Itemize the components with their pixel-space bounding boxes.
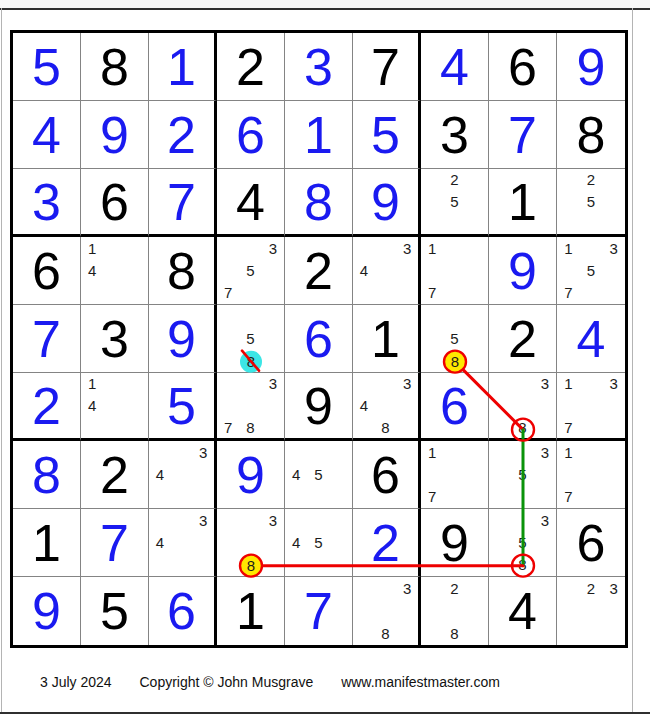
pencil-digit-7: 7 xyxy=(421,486,443,508)
value-digit: 7 xyxy=(353,33,418,100)
value-digit: 4 xyxy=(557,305,625,372)
pencil-digit-5: 5 xyxy=(580,191,603,213)
pencil-marks: 38 xyxy=(489,373,556,438)
pencil-marks: 38 xyxy=(217,509,284,576)
value-digit: 2 xyxy=(285,237,352,304)
cell-r1c3[interactable]: 1 xyxy=(149,33,217,101)
frame-bottom-line xyxy=(0,712,650,714)
pencil-marks: 25 xyxy=(421,169,488,234)
cell-r5c2[interactable]: 3 xyxy=(81,305,149,373)
pencil-digit-1: 1 xyxy=(81,237,103,259)
pencil-digit-4: 4 xyxy=(81,395,103,417)
pencil-digit-7: 7 xyxy=(557,416,580,438)
cell-r3c2[interactable]: 6 xyxy=(81,169,149,237)
value-digit: 2 xyxy=(13,373,80,438)
value-digit: 2 xyxy=(81,441,148,508)
value-digit: 9 xyxy=(557,33,625,100)
cell-r2c9[interactable]: 8 xyxy=(557,101,625,169)
pencil-digit-8: 8 xyxy=(443,622,465,645)
pencil-digit-2: 2 xyxy=(443,169,465,191)
pencil-marks: 58 xyxy=(421,305,488,372)
pencil-digit-5: 5 xyxy=(511,531,533,553)
pencil-marks: 35 xyxy=(489,441,556,508)
value-digit: 2 xyxy=(353,509,418,576)
value-digit: 7 xyxy=(13,305,80,372)
value-digit: 2 xyxy=(217,33,284,100)
value-digit: 1 xyxy=(353,305,418,372)
cell-r2c6[interactable]: 5 xyxy=(353,101,421,169)
cell-r1c2[interactable]: 8 xyxy=(81,33,149,101)
cell-r9c9[interactable]: 23 xyxy=(557,577,625,645)
pencil-digit-5: 5 xyxy=(443,191,465,213)
pencil-digit-1: 1 xyxy=(557,373,580,395)
value-digit: 8 xyxy=(557,101,625,168)
pencil-marks: 358 xyxy=(489,509,556,576)
value-digit: 9 xyxy=(421,509,488,576)
cell-r1c4[interactable]: 2 xyxy=(217,33,285,101)
cell-r2c1[interactable]: 4 xyxy=(13,101,81,169)
value-digit: 6 xyxy=(421,373,488,438)
pencil-marks: 28 xyxy=(421,577,488,645)
cell-r7c9[interactable]: 17 xyxy=(557,441,625,509)
cell-r8c7[interactable]: 9 xyxy=(421,509,489,577)
pencil-marks: 17 xyxy=(421,237,488,304)
value-digit: 8 xyxy=(149,237,214,304)
pencil-digit-4: 4 xyxy=(285,463,307,485)
pencil-digit-7: 7 xyxy=(557,282,580,304)
cell-r6c5[interactable]: 9 xyxy=(285,373,353,441)
cell-r6c8[interactable]: 38 xyxy=(489,373,557,441)
pencil-digit-3: 3 xyxy=(192,509,214,531)
cell-r4c2[interactable]: 14 xyxy=(81,237,149,305)
value-digit: 6 xyxy=(285,305,352,372)
pencil-digit-5: 5 xyxy=(511,463,533,485)
cell-r6c1[interactable]: 2 xyxy=(13,373,81,441)
pencil-marks: 17 xyxy=(421,441,488,508)
pencil-marks: 17 xyxy=(557,441,625,508)
pencil-digit-1: 1 xyxy=(557,237,580,259)
pencil-digit-3: 3 xyxy=(396,577,418,600)
cell-r2c7[interactable]: 3 xyxy=(421,101,489,169)
cell-r1c6[interactable]: 7 xyxy=(353,33,421,101)
pencil-digit-4: 4 xyxy=(353,395,375,417)
cell-r7c6[interactable]: 6 xyxy=(353,441,421,509)
frame-top-line xyxy=(0,8,650,10)
cell-r8c5[interactable]: 45 xyxy=(285,509,353,577)
value-digit: 4 xyxy=(421,33,488,100)
pencil-digit-7: 7 xyxy=(557,486,580,508)
cell-r6c7[interactable]: 6 xyxy=(421,373,489,441)
pencil-digit-3: 3 xyxy=(192,441,214,463)
value-digit: 9 xyxy=(149,305,214,372)
pencil-digit-7: 7 xyxy=(421,282,443,304)
cell-r8c3[interactable]: 34 xyxy=(149,509,217,577)
pencil-digit-1: 1 xyxy=(421,237,443,259)
value-digit: 1 xyxy=(489,169,556,234)
footer: 3 July 2024 Copyright © John Musgrave ww… xyxy=(40,674,524,690)
value-digit: 3 xyxy=(81,305,148,372)
pencil-digit-1: 1 xyxy=(421,441,443,463)
value-digit: 8 xyxy=(13,441,80,508)
value-digit: 1 xyxy=(285,101,352,168)
pencil-digit-5: 5 xyxy=(307,531,329,553)
value-digit: 6 xyxy=(489,33,556,100)
value-digit: 9 xyxy=(353,169,418,234)
value-digit: 7 xyxy=(81,509,148,576)
cell-r7c8[interactable]: 35 xyxy=(489,441,557,509)
pencil-digit-8: 8 xyxy=(443,350,465,372)
value-digit: 9 xyxy=(489,237,556,304)
pencil-digit-3: 3 xyxy=(262,237,284,259)
cell-r5c3[interactable]: 9 xyxy=(149,305,217,373)
value-digit: 3 xyxy=(421,101,488,168)
frame-right-line xyxy=(632,8,633,714)
value-digit: 6 xyxy=(557,509,625,576)
value-digit: 9 xyxy=(217,441,284,508)
cell-r5c4[interactable]: 58 xyxy=(217,305,285,373)
cell-r4c1[interactable]: 6 xyxy=(13,237,81,305)
value-digit: 6 xyxy=(353,441,418,508)
value-digit: 9 xyxy=(81,101,148,168)
value-digit: 5 xyxy=(13,33,80,100)
pencil-marks: 137 xyxy=(557,373,625,438)
cell-r9c4[interactable]: 1 xyxy=(217,577,285,645)
cell-r6c6[interactable]: 348 xyxy=(353,373,421,441)
cell-r4c3[interactable]: 8 xyxy=(149,237,217,305)
pencil-digit-4: 4 xyxy=(149,531,171,553)
pencil-digit-1: 1 xyxy=(81,373,103,395)
value-digit: 4 xyxy=(489,577,556,645)
cell-r2c5[interactable]: 1 xyxy=(285,101,353,169)
cell-r6c3[interactable]: 5 xyxy=(149,373,217,441)
cell-r8c2[interactable]: 7 xyxy=(81,509,149,577)
value-digit: 5 xyxy=(81,577,148,645)
footer-website[interactable]: www.manifestmaster.com xyxy=(341,674,500,690)
pencil-marks: 34 xyxy=(149,509,214,576)
pencil-marks: 45 xyxy=(285,441,352,508)
pencil-marks: 38 xyxy=(353,577,418,645)
footer-date: 3 July 2024 xyxy=(40,674,112,690)
cell-r9c8[interactable]: 4 xyxy=(489,577,557,645)
value-digit: 8 xyxy=(81,33,148,100)
cell-r4c9[interactable]: 1357 xyxy=(557,237,625,305)
cell-r3c4[interactable]: 4 xyxy=(217,169,285,237)
cell-r4c5[interactable]: 2 xyxy=(285,237,353,305)
pencil-digit-3: 3 xyxy=(602,373,625,395)
value-digit: 4 xyxy=(13,101,80,168)
pencil-marks: 45 xyxy=(285,509,352,576)
value-digit: 9 xyxy=(285,373,352,438)
pencil-digit-8: 8 xyxy=(375,622,397,645)
cell-r1c7[interactable]: 4 xyxy=(421,33,489,101)
pencil-digit-8: 8 xyxy=(239,350,261,372)
value-digit: 2 xyxy=(149,101,214,168)
pencil-digit-8: 8 xyxy=(511,416,533,438)
cell-r8c9[interactable]: 6 xyxy=(557,509,625,577)
cell-r9c6[interactable]: 38 xyxy=(353,577,421,645)
pencil-digit-5: 5 xyxy=(239,259,261,281)
cell-r4c6[interactable]: 34 xyxy=(353,237,421,305)
pencil-digit-7: 7 xyxy=(217,282,239,304)
cell-r5c7[interactable]: 58 xyxy=(421,305,489,373)
pencil-digit-8: 8 xyxy=(375,416,397,438)
pencil-marks: 378 xyxy=(217,373,284,438)
pencil-digit-8: 8 xyxy=(239,416,261,438)
cell-r2c3[interactable]: 2 xyxy=(149,101,217,169)
pencil-digit-2: 2 xyxy=(580,169,603,191)
pencil-digit-3: 3 xyxy=(396,237,418,259)
cell-r2c2[interactable]: 9 xyxy=(81,101,149,169)
cell-r6c9[interactable]: 137 xyxy=(557,373,625,441)
cell-r3c6[interactable]: 9 xyxy=(353,169,421,237)
pencil-digit-4: 4 xyxy=(149,463,171,485)
pencil-digit-7: 7 xyxy=(217,416,239,438)
top-margin-strip xyxy=(0,0,650,8)
pencil-digit-3: 3 xyxy=(534,509,556,531)
cell-r8c1[interactable]: 1 xyxy=(13,509,81,577)
pencil-marks: 58 xyxy=(217,305,284,372)
value-digit: 2 xyxy=(489,305,556,372)
value-digit: 6 xyxy=(149,577,214,645)
cell-r5c8[interactable]: 2 xyxy=(489,305,557,373)
pencil-marks: 14 xyxy=(81,373,148,438)
cell-r7c3[interactable]: 34 xyxy=(149,441,217,509)
pencil-digit-4: 4 xyxy=(81,259,103,281)
value-digit: 6 xyxy=(81,169,148,234)
value-digit: 6 xyxy=(13,237,80,304)
frame-left-line xyxy=(1,8,2,714)
value-digit: 5 xyxy=(149,373,214,438)
pencil-marks: 34 xyxy=(149,441,214,508)
value-digit: 8 xyxy=(285,169,352,234)
pencil-digit-3: 3 xyxy=(602,577,625,600)
value-digit: 9 xyxy=(13,577,80,645)
pencil-digit-3: 3 xyxy=(534,441,556,463)
value-digit: 1 xyxy=(217,577,284,645)
cell-r1c9[interactable]: 9 xyxy=(557,33,625,101)
cell-r2c8[interactable]: 7 xyxy=(489,101,557,169)
value-digit: 4 xyxy=(217,169,284,234)
pencil-marks: 357 xyxy=(217,237,284,304)
pencil-marks: 23 xyxy=(557,577,625,645)
cell-r3c1[interactable]: 3 xyxy=(13,169,81,237)
sudoku-board[interactable]: 5812374694926153783674892512561483572341… xyxy=(10,30,628,648)
value-digit: 7 xyxy=(489,101,556,168)
cell-r4c7[interactable]: 17 xyxy=(421,237,489,305)
pencil-marks: 34 xyxy=(353,237,418,304)
cell-r1c5[interactable]: 3 xyxy=(285,33,353,101)
cell-r6c2[interactable]: 14 xyxy=(81,373,149,441)
value-digit: 7 xyxy=(149,169,214,234)
pencil-digit-4: 4 xyxy=(353,259,375,281)
page: 5812374694926153783674892512561483572341… xyxy=(0,0,650,720)
cell-r4c8[interactable]: 9 xyxy=(489,237,557,305)
cell-r1c1[interactable]: 5 xyxy=(13,33,81,101)
pencil-marks: 348 xyxy=(353,373,418,438)
pencil-marks: 25 xyxy=(557,169,625,234)
pencil-digit-5: 5 xyxy=(443,327,465,349)
pencil-digit-3: 3 xyxy=(262,509,284,531)
pencil-digit-2: 2 xyxy=(443,577,465,600)
cell-r5c1[interactable]: 7 xyxy=(13,305,81,373)
value-digit: 6 xyxy=(217,101,284,168)
cell-r3c3[interactable]: 7 xyxy=(149,169,217,237)
cell-r9c7[interactable]: 28 xyxy=(421,577,489,645)
cell-r3c9[interactable]: 25 xyxy=(557,169,625,237)
pencil-digit-3: 3 xyxy=(602,237,625,259)
pencil-digit-8: 8 xyxy=(239,554,261,576)
cell-r1c8[interactable]: 6 xyxy=(489,33,557,101)
pencil-digit-3: 3 xyxy=(262,373,284,395)
value-digit: 1 xyxy=(149,33,214,100)
cell-r9c3[interactable]: 6 xyxy=(149,577,217,645)
cell-r6c4[interactable]: 378 xyxy=(217,373,285,441)
pencil-marks: 1357 xyxy=(557,237,625,304)
cell-r7c7[interactable]: 17 xyxy=(421,441,489,509)
cell-r3c8[interactable]: 1 xyxy=(489,169,557,237)
cell-r9c1[interactable]: 9 xyxy=(13,577,81,645)
cell-r7c4[interactable]: 9 xyxy=(217,441,285,509)
value-digit: 1 xyxy=(13,509,80,576)
footer-copyright: Copyright © John Musgrave xyxy=(140,674,314,690)
pencil-digit-2: 2 xyxy=(580,577,603,600)
cell-r3c7[interactable]: 25 xyxy=(421,169,489,237)
cell-r8c8[interactable]: 358 xyxy=(489,509,557,577)
cell-r7c5[interactable]: 45 xyxy=(285,441,353,509)
pencil-digit-8: 8 xyxy=(511,554,533,576)
pencil-digit-5: 5 xyxy=(580,259,603,281)
cell-r5c5[interactable]: 6 xyxy=(285,305,353,373)
cell-r2c4[interactable]: 6 xyxy=(217,101,285,169)
cell-r5c6[interactable]: 1 xyxy=(353,305,421,373)
pencil-digit-5: 5 xyxy=(239,327,261,349)
pencil-digit-4: 4 xyxy=(285,531,307,553)
cell-r7c2[interactable]: 2 xyxy=(81,441,149,509)
value-digit: 5 xyxy=(353,101,418,168)
pencil-digit-1: 1 xyxy=(557,441,580,463)
cell-r3c5[interactable]: 8 xyxy=(285,169,353,237)
cell-r8c6[interactable]: 2 xyxy=(353,509,421,577)
value-digit: 3 xyxy=(285,33,352,100)
pencil-digit-3: 3 xyxy=(396,373,418,395)
cell-r9c2[interactable]: 5 xyxy=(81,577,149,645)
pencil-marks: 14 xyxy=(81,237,148,304)
cell-r5c9[interactable]: 4 xyxy=(557,305,625,373)
cell-r9c5[interactable]: 7 xyxy=(285,577,353,645)
value-digit: 3 xyxy=(13,169,80,234)
pencil-digit-3: 3 xyxy=(534,373,556,395)
cell-r4c4[interactable]: 357 xyxy=(217,237,285,305)
value-digit: 7 xyxy=(285,577,352,645)
pencil-digit-5: 5 xyxy=(307,463,329,485)
cell-r8c4[interactable]: 38 xyxy=(217,509,285,577)
cell-r7c1[interactable]: 8 xyxy=(13,441,81,509)
